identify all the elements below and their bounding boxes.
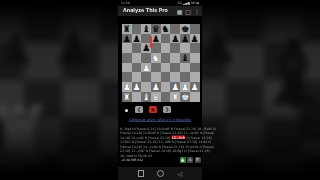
piece-black-king-g8[interactable]: ♚	[180, 24, 190, 34]
current-move-highlight[interactable]: 12...Rc8	[171, 136, 185, 140]
status-icons: 5G ▂▄▆ 46%▮	[118, 1, 199, 5]
square-d4[interactable]	[151, 63, 161, 73]
move-nav-controls: ❮ ■ ❯	[135, 106, 171, 113]
square-b8[interactable]	[132, 24, 142, 34]
square-f3[interactable]	[170, 72, 180, 82]
android-back-button[interactable]: ◁	[177, 171, 182, 177]
square-f6[interactable]	[170, 43, 180, 53]
app-bar-icons: ▦▢⋮	[177, 8, 200, 15]
square-c5[interactable]	[141, 53, 151, 63]
background-shade	[0, 0, 118, 180]
square-g4[interactable]	[180, 63, 190, 73]
square-a4[interactable]	[122, 63, 132, 73]
square-f2[interactable]: ♟	[170, 82, 180, 92]
background-blur-left: ♟♟♜	[0, 0, 118, 180]
stop-button[interactable]: ■	[149, 106, 157, 113]
recents-button[interactable]	[138, 170, 145, 177]
square-g1[interactable]: ♚	[180, 92, 190, 102]
piece-black-pawn-d7[interactable]: ♟	[151, 34, 161, 44]
board-setup-icon[interactable]: ▦	[177, 8, 183, 15]
square-f7[interactable]: ♟	[170, 34, 180, 44]
piece-white-pawn-a2[interactable]: ♟	[122, 82, 132, 92]
square-d8[interactable]: ♛	[151, 24, 161, 34]
square-h5[interactable]	[190, 53, 200, 63]
square-c4[interactable]: ♟	[141, 63, 151, 73]
square-e6[interactable]	[161, 43, 171, 53]
square-b5[interactable]	[132, 53, 142, 63]
square-c6[interactable]: ♟	[141, 43, 151, 53]
square-d2[interactable]: ♟	[151, 82, 161, 92]
square-b3[interactable]	[132, 72, 142, 82]
square-a2[interactable]: ♟	[122, 82, 132, 92]
piece-white-bishop-c1[interactable]: ♝	[141, 92, 151, 102]
square-b4[interactable]	[132, 63, 142, 73]
square-d6[interactable]	[151, 43, 161, 53]
piece-black-pawn-g7[interactable]: ♟	[180, 34, 190, 44]
square-g5[interactable]: ♝	[180, 53, 190, 63]
square-d1[interactable]: ♛	[151, 92, 161, 102]
phone-screen: 11:50 5G ▂▄▆ 46%▮ Analyze This Pro ▦▢⋮ ♜…	[118, 0, 202, 180]
square-d7[interactable]: ♟	[151, 34, 161, 44]
square-c3[interactable]	[141, 72, 151, 82]
move-list[interactable]: 9...Bg4 N [%eval 0,14] 10.Nxd5 N [%eval …	[120, 126, 202, 158]
piece-white-rook-f1[interactable]: ♜	[170, 92, 180, 102]
square-b1[interactable]	[132, 92, 142, 102]
piece-white-pawn-b2[interactable]: ♟	[132, 82, 142, 92]
piece-black-pawn-a7[interactable]: ♟	[122, 34, 132, 44]
square-e3[interactable]	[161, 72, 171, 82]
home-button[interactable]	[157, 170, 164, 177]
engine-indicator-dot	[125, 109, 128, 112]
square-d5[interactable]: ♞	[151, 53, 161, 63]
piece-white-pawn-h2[interactable]: ♟	[190, 82, 200, 92]
piece-white-king-g1[interactable]: ♚	[180, 92, 190, 102]
square-e2[interactable]	[161, 82, 171, 92]
square-f8[interactable]	[170, 24, 180, 34]
piece-white-pawn-c4[interactable]: ♟	[141, 63, 151, 73]
piece-white-rook-a1[interactable]: ♜	[122, 92, 132, 102]
app-bar: Analyze This Pro ▦▢⋮	[118, 6, 202, 16]
piece-black-queen-d8[interactable]: ♛	[151, 24, 161, 34]
square-e1[interactable]	[161, 92, 171, 102]
square-a5[interactable]	[122, 53, 132, 63]
square-e4[interactable]	[161, 63, 171, 73]
piece-black-pawn-h7[interactable]: ♟	[190, 34, 200, 44]
square-h2[interactable]: ♟	[190, 82, 200, 92]
piece-black-bishop-g5[interactable]: ♝	[180, 53, 190, 63]
piece-white-knight-d5[interactable]: ♞	[151, 53, 161, 63]
square-g2[interactable]: ♟	[180, 82, 190, 92]
piece-black-pawn-b7[interactable]: ♟	[132, 34, 142, 44]
square-a3[interactable]	[122, 72, 132, 82]
piece-white-pawn-f2[interactable]: ♟	[170, 82, 180, 92]
engine-buttons: ▲♙≡	[180, 157, 201, 163]
square-b7[interactable]: ♟	[132, 34, 142, 44]
square-f4[interactable]	[170, 63, 180, 73]
menu-button[interactable]: ≡	[195, 157, 201, 163]
piece-black-rook-a8[interactable]: ♜	[122, 24, 132, 34]
square-g8[interactable]: ♚	[180, 24, 190, 34]
piece-black-bishop-c8[interactable]: ♝	[141, 24, 151, 34]
chess-board[interactable]: ♜♝♛♞♚♟♟♟♟♟♟♟♞♝♟♟♟♟♟♟♟♜♝♛♜♚	[122, 24, 200, 102]
square-g6[interactable]	[180, 43, 190, 53]
square-a8[interactable]: ♜	[122, 24, 132, 34]
piece-black-pawn-c6[interactable]: ♟	[141, 43, 151, 53]
piece-white-pawn-d2[interactable]: ♟	[151, 82, 161, 92]
square-g3[interactable]	[180, 72, 190, 82]
square-h6[interactable]	[190, 43, 200, 53]
pieces-button[interactable]: ♙	[187, 157, 193, 163]
square-h4[interactable]	[190, 63, 200, 73]
piece-black-knight-e8[interactable]: ♞	[161, 24, 171, 34]
square-c7[interactable]	[141, 34, 151, 44]
overflow-menu-icon[interactable]: ⋮	[194, 8, 200, 15]
square-f1[interactable]: ♜	[170, 92, 180, 102]
square-a6[interactable]	[122, 43, 132, 53]
piece-white-pawn-g2[interactable]: ♟	[180, 82, 190, 92]
square-b6[interactable]	[132, 43, 142, 53]
piece-black-pawn-f7[interactable]: ♟	[170, 34, 180, 44]
square-e7[interactable]	[161, 34, 171, 44]
square-e8[interactable]: ♞	[161, 24, 171, 34]
square-h3[interactable]	[190, 72, 200, 82]
forward-move-button[interactable]: ❯	[163, 106, 171, 113]
android-nav-bar: ◁	[118, 167, 202, 180]
square-c1[interactable]: ♝	[141, 92, 151, 102]
square-h1[interactable]	[190, 92, 200, 102]
engine-go-button[interactable]: ▲	[180, 157, 186, 163]
square-g7[interactable]: ♟	[180, 34, 190, 44]
square-c2[interactable]	[141, 82, 151, 92]
background-blur-right: ♟♝♛	[202, 0, 320, 180]
piece-white-queen-d1[interactable]: ♛	[151, 92, 161, 102]
screenshot-root: ♟♟♜ ♟♝♛ 11:50 5G ▂▄▆ 46%▮ Analyze This P…	[0, 0, 320, 180]
square-h7[interactable]: ♟	[190, 34, 200, 44]
square-a1[interactable]: ♜	[122, 92, 132, 102]
background-shade	[202, 0, 320, 180]
square-e5[interactable]	[161, 53, 171, 63]
square-f5[interactable]	[170, 53, 180, 63]
square-d3[interactable]	[151, 72, 161, 82]
square-c8[interactable]: ♝	[141, 24, 151, 34]
flip-board-icon[interactable]: ▢	[185, 8, 191, 15]
square-a7[interactable]: ♟	[122, 34, 132, 44]
back-move-button[interactable]: ❮	[135, 106, 143, 113]
game-header-link[interactable]: CZEROIUM_LIGHT_GEO13 ½-½ ENILICBW	[118, 118, 202, 122]
square-h8[interactable]	[190, 24, 200, 34]
square-b2[interactable]: ♟	[132, 82, 142, 92]
